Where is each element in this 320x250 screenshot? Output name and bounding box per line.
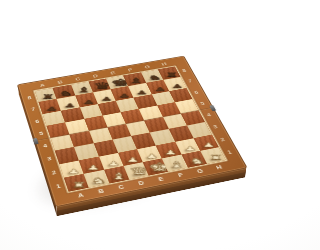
chess-board: ♜♞♝♛♚♝♞♜♟♟♟♟♟♟♟♟♟♟♟♟♟♟♟♟♜♞♝♛♚♝♞♜ ABCDEFG…: [17, 56, 248, 208]
rank-label-right-3: 3: [212, 124, 218, 129]
rank-label-1: 1: [55, 183, 61, 189]
rank-label-right-5: 5: [199, 101, 205, 106]
rank-label-2: 2: [51, 169, 57, 175]
rank-label-5: 5: [38, 131, 43, 136]
rank-label-7: 7: [31, 107, 36, 112]
file-label-top-b: B: [51, 79, 70, 86]
square-d5: [102, 112, 126, 127]
rank-label-right-6: 6: [193, 90, 199, 95]
rank-label-right-8: 8: [181, 68, 187, 72]
file-label-top-a: A: [33, 82, 52, 89]
piece-black-pawn: ♟: [79, 100, 98, 105]
rank-label-right-1: 1: [226, 149, 232, 154]
perspective-wrapper: ♜♞♝♛♚♝♞♜♟♟♟♟♟♟♟♟♟♟♟♟♟♟♟♟♜♞♝♛♚♝♞♜ ABCDEFG…: [0, 0, 250, 250]
rank-label-right-7: 7: [187, 79, 193, 84]
piece-white-pawn: ♟: [83, 165, 104, 171]
file-label-top-h: H: [155, 61, 174, 68]
square-f2: ♟: [156, 142, 181, 159]
file-label-h: H: [208, 163, 230, 172]
rank-label-right-2: 2: [219, 137, 225, 142]
chess-set-photo: ♜♞♝♛♚♝♞♜♟♟♟♟♟♟♟♟♟♟♟♟♟♟♟♟♜♞♝♛♚♝♞♜ ABCDEFG…: [0, 0, 250, 250]
file-label-top-g: G: [138, 64, 157, 71]
file-label-top-c: C: [68, 76, 87, 83]
piece-black-pawn: ♟: [42, 106, 61, 111]
rank-label-8: 8: [27, 95, 32, 100]
file-label-f: F: [170, 171, 192, 180]
file-label-top-d: D: [86, 73, 105, 80]
file-label-g: G: [189, 167, 211, 176]
file-label-top-f: F: [121, 67, 140, 74]
square-b6: [61, 107, 84, 122]
rank-label-6: 6: [35, 119, 40, 124]
rank-label-3: 3: [47, 156, 53, 162]
rank-label-right-4: 4: [206, 112, 212, 117]
rank-label-4: 4: [42, 143, 47, 148]
file-label-top-e: E: [103, 70, 122, 77]
